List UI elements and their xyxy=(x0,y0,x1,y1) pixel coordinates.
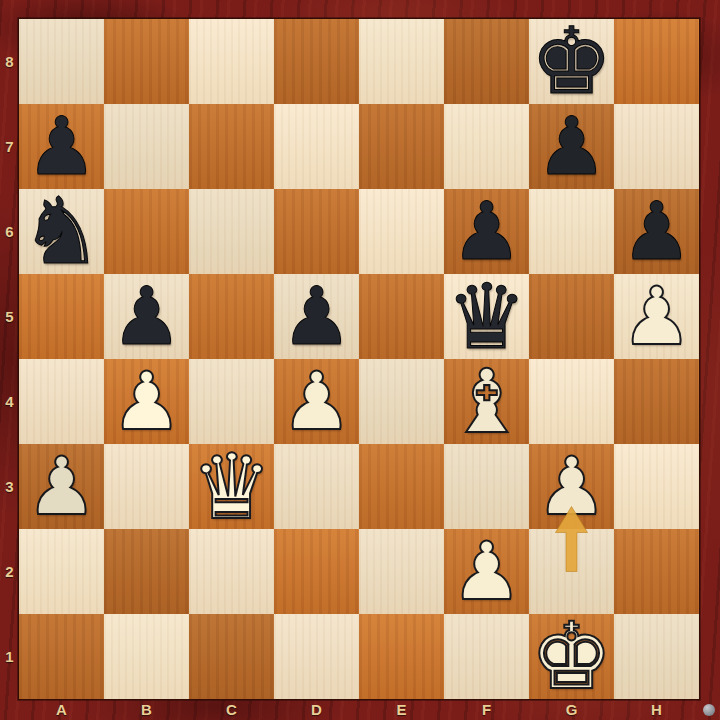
square-a1 xyxy=(19,614,104,699)
square-h4 xyxy=(614,359,699,444)
black-pawn-h6: ♟ xyxy=(621,189,693,274)
square-b6 xyxy=(104,189,189,274)
square-h3 xyxy=(614,444,699,529)
file-label-a: A xyxy=(19,698,104,720)
square-h6: ♟ xyxy=(614,189,699,274)
square-a8 xyxy=(19,19,104,104)
file-label-h: H xyxy=(614,698,699,720)
black-pawn-f6: ♟ xyxy=(451,189,523,274)
black-queen-f5: ♛ xyxy=(446,274,527,359)
square-h8 xyxy=(614,19,699,104)
white-pawn-g3: ♟ xyxy=(536,444,608,529)
square-g5 xyxy=(529,274,614,359)
square-c3: ♛ xyxy=(189,444,274,529)
white-pawn-b4: ♟ xyxy=(111,359,183,444)
square-d3 xyxy=(274,444,359,529)
square-c8 xyxy=(189,19,274,104)
black-pawn-g7: ♟ xyxy=(536,104,608,189)
square-b5: ♟ xyxy=(104,274,189,359)
white-pawn-a3: ♟ xyxy=(26,444,98,529)
file-label-c: C xyxy=(189,698,274,720)
square-c4 xyxy=(189,359,274,444)
square-e2 xyxy=(359,529,444,614)
square-g8: ♚ xyxy=(529,19,614,104)
square-g1: ♚ xyxy=(529,614,614,699)
square-f4: ♝ xyxy=(444,359,529,444)
rank-label-5: 5 xyxy=(0,274,19,359)
rank-label-3: 3 xyxy=(0,444,19,529)
file-label-g: G xyxy=(529,698,614,720)
square-c6 xyxy=(189,189,274,274)
square-e3 xyxy=(359,444,444,529)
square-e4 xyxy=(359,359,444,444)
rank-labels: 87654321 xyxy=(0,19,19,699)
square-g6 xyxy=(529,189,614,274)
square-d4: ♟ xyxy=(274,359,359,444)
square-a4 xyxy=(19,359,104,444)
chess-board-frame: 87654321 ♚♟♟♞♟♟♟♟♛♟♟♟♝♟♛♟♟♚ ABCDEFGH xyxy=(0,0,720,720)
square-h2 xyxy=(614,529,699,614)
white-king-g1: ♚ xyxy=(530,614,612,699)
black-pawn-d5: ♟ xyxy=(281,274,353,359)
square-f2: ♟ xyxy=(444,529,529,614)
file-label-f: F xyxy=(444,698,529,720)
square-c2 xyxy=(189,529,274,614)
file-label-d: D xyxy=(274,698,359,720)
square-b8 xyxy=(104,19,189,104)
rank-label-7: 7 xyxy=(0,104,19,189)
square-d8 xyxy=(274,19,359,104)
white-pawn-h5: ♟ xyxy=(621,274,693,359)
square-g7: ♟ xyxy=(529,104,614,189)
rank-label-4: 4 xyxy=(0,359,19,444)
rank-label-1: 1 xyxy=(0,614,19,699)
file-label-b: B xyxy=(104,698,189,720)
white-pawn-f2: ♟ xyxy=(451,529,523,614)
square-e7 xyxy=(359,104,444,189)
black-pawn-b5: ♟ xyxy=(111,274,183,359)
square-c7 xyxy=(189,104,274,189)
square-f6: ♟ xyxy=(444,189,529,274)
square-b4: ♟ xyxy=(104,359,189,444)
white-bishop-f4: ♝ xyxy=(447,359,526,444)
square-g2 xyxy=(529,529,614,614)
square-h7 xyxy=(614,104,699,189)
square-g4 xyxy=(529,359,614,444)
square-b7 xyxy=(104,104,189,189)
file-labels: ABCDEFGH xyxy=(19,698,699,720)
square-e5 xyxy=(359,274,444,359)
square-d1 xyxy=(274,614,359,699)
watermark-dot xyxy=(703,704,715,716)
chess-board: ♚♟♟♞♟♟♟♟♛♟♟♟♝♟♛♟♟♚ xyxy=(19,19,699,699)
square-b1 xyxy=(104,614,189,699)
black-pawn-a7: ♟ xyxy=(26,104,98,189)
square-f8 xyxy=(444,19,529,104)
square-b2 xyxy=(104,529,189,614)
square-a7: ♟ xyxy=(19,104,104,189)
file-label-e: E xyxy=(359,698,444,720)
rank-label-6: 6 xyxy=(0,189,19,274)
square-f3 xyxy=(444,444,529,529)
square-d5: ♟ xyxy=(274,274,359,359)
square-e1 xyxy=(359,614,444,699)
square-c5 xyxy=(189,274,274,359)
black-king-g8: ♚ xyxy=(530,19,612,104)
square-a3: ♟ xyxy=(19,444,104,529)
rank-label-8: 8 xyxy=(0,19,19,104)
square-c1 xyxy=(189,614,274,699)
square-f5: ♛ xyxy=(444,274,529,359)
square-a6: ♞ xyxy=(19,189,104,274)
square-d6 xyxy=(274,189,359,274)
black-knight-a6: ♞ xyxy=(20,189,102,274)
white-pawn-d4: ♟ xyxy=(281,359,353,444)
square-f7 xyxy=(444,104,529,189)
white-queen-c3: ♛ xyxy=(191,444,272,529)
square-e8 xyxy=(359,19,444,104)
square-d7 xyxy=(274,104,359,189)
square-a5 xyxy=(19,274,104,359)
square-g3: ♟ xyxy=(529,444,614,529)
square-h1 xyxy=(614,614,699,699)
square-d2 xyxy=(274,529,359,614)
square-e6 xyxy=(359,189,444,274)
square-b3 xyxy=(104,444,189,529)
square-f1 xyxy=(444,614,529,699)
rank-label-2: 2 xyxy=(0,529,19,614)
square-h5: ♟ xyxy=(614,274,699,359)
square-a2 xyxy=(19,529,104,614)
